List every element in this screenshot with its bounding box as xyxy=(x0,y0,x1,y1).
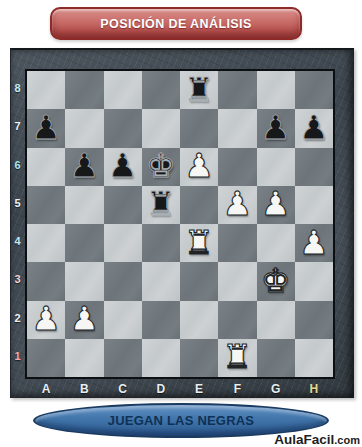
square-f7[interactable] xyxy=(218,109,256,147)
square-c8[interactable] xyxy=(104,71,142,109)
black-rook-e8: ♜ xyxy=(184,73,214,106)
square-a8[interactable] xyxy=(27,71,65,109)
rank-label-4: 4 xyxy=(10,222,25,260)
square-a2[interactable]: ♟ xyxy=(27,301,65,339)
file-label-B: B xyxy=(65,379,103,398)
square-a6[interactable] xyxy=(27,148,65,186)
white-pawn-h4: ♟ xyxy=(299,226,329,259)
square-c5[interactable] xyxy=(104,186,142,224)
square-e2[interactable] xyxy=(180,301,218,339)
black-rook-d5: ♜ xyxy=(146,187,176,220)
rank-label-2: 2 xyxy=(10,299,25,337)
square-b2[interactable]: ♟ xyxy=(65,301,103,339)
square-a3[interactable] xyxy=(27,262,65,300)
square-e4[interactable]: ♜ xyxy=(180,224,218,262)
square-b6[interactable]: ♟ xyxy=(65,148,103,186)
square-e3[interactable] xyxy=(180,262,218,300)
square-f2[interactable] xyxy=(218,301,256,339)
square-c4[interactable] xyxy=(104,224,142,262)
rank-labels: 87654321 xyxy=(10,69,25,379)
side-to-move-label: JUEGAN LAS NEGRAS xyxy=(108,413,254,428)
square-g6[interactable] xyxy=(257,148,295,186)
square-b1[interactable] xyxy=(65,339,103,377)
white-pawn-f5: ♟ xyxy=(223,187,253,220)
square-d1[interactable] xyxy=(142,339,180,377)
black-pawn-a7: ♟ xyxy=(31,111,61,144)
square-h8[interactable] xyxy=(295,71,333,109)
black-pawn-c6: ♟ xyxy=(108,149,138,182)
watermark: AulaFacil.com xyxy=(274,430,360,447)
square-c1[interactable] xyxy=(104,339,142,377)
square-f5[interactable]: ♟ xyxy=(218,186,256,224)
square-e8[interactable]: ♜ xyxy=(180,71,218,109)
square-a1[interactable] xyxy=(27,339,65,377)
square-b7[interactable] xyxy=(65,109,103,147)
white-king-g3: ♚ xyxy=(261,264,291,297)
square-d2[interactable] xyxy=(142,301,180,339)
rank-label-3: 3 xyxy=(10,260,25,298)
square-b5[interactable] xyxy=(65,186,103,224)
square-e1[interactable] xyxy=(180,339,218,377)
square-e7[interactable] xyxy=(180,109,218,147)
watermark-suffix: .com xyxy=(334,434,360,446)
square-d5[interactable]: ♜ xyxy=(142,186,180,224)
square-g3[interactable]: ♚ xyxy=(257,262,295,300)
rank-label-6: 6 xyxy=(10,146,25,184)
square-a5[interactable] xyxy=(27,186,65,224)
black-king-d6: ♚ xyxy=(146,149,176,182)
file-label-F: F xyxy=(218,379,256,398)
chess-board: ♜♟♟♟♟♟♚♟♜♟♟♜♟♚♟♟♜ xyxy=(25,69,335,379)
rank-label-7: 7 xyxy=(10,107,25,145)
file-label-C: C xyxy=(104,379,142,398)
square-g1[interactable] xyxy=(257,339,295,377)
file-label-E: E xyxy=(180,379,218,398)
square-h3[interactable] xyxy=(295,262,333,300)
square-h4[interactable]: ♟ xyxy=(295,224,333,262)
square-d7[interactable] xyxy=(142,109,180,147)
square-h7[interactable]: ♟ xyxy=(295,109,333,147)
white-rook-f1: ♜ xyxy=(223,340,253,373)
square-h2[interactable] xyxy=(295,301,333,339)
square-a7[interactable]: ♟ xyxy=(27,109,65,147)
file-label-A: A xyxy=(27,379,65,398)
file-labels: ABCDEFGH xyxy=(27,379,333,398)
analysis-banner-label: POSICIÓN DE ANÁLISIS xyxy=(100,17,251,31)
white-rook-e4: ♜ xyxy=(184,226,214,259)
white-pawn-g5: ♟ xyxy=(261,187,291,220)
square-c6[interactable]: ♟ xyxy=(104,148,142,186)
page: POSICIÓN DE ANÁLISIS ♜♟♟♟♟♟♚♟♜♟♟♜♟♚♟♟♜ 8… xyxy=(0,0,362,447)
square-d3[interactable] xyxy=(142,262,180,300)
analysis-banner[interactable]: POSICIÓN DE ANÁLISIS xyxy=(50,7,302,40)
square-e5[interactable] xyxy=(180,186,218,224)
square-h6[interactable] xyxy=(295,148,333,186)
square-g2[interactable] xyxy=(257,301,295,339)
file-label-H: H xyxy=(295,379,333,398)
square-f8[interactable] xyxy=(218,71,256,109)
square-d4[interactable] xyxy=(142,224,180,262)
square-g7[interactable]: ♟ xyxy=(257,109,295,147)
square-a4[interactable] xyxy=(27,224,65,262)
square-d8[interactable] xyxy=(142,71,180,109)
file-label-D: D xyxy=(142,379,180,398)
square-g5[interactable]: ♟ xyxy=(257,186,295,224)
square-h5[interactable] xyxy=(295,186,333,224)
square-b4[interactable] xyxy=(65,224,103,262)
white-pawn-b2: ♟ xyxy=(70,302,100,335)
square-f3[interactable] xyxy=(218,262,256,300)
watermark-brand: AulaFacil xyxy=(274,432,334,447)
square-g8[interactable] xyxy=(257,71,295,109)
file-label-G: G xyxy=(257,379,295,398)
square-c3[interactable] xyxy=(104,262,142,300)
square-d6[interactable]: ♚ xyxy=(142,148,180,186)
square-c2[interactable] xyxy=(104,301,142,339)
square-f6[interactable] xyxy=(218,148,256,186)
square-h1[interactable] xyxy=(295,339,333,377)
square-f1[interactable]: ♜ xyxy=(218,339,256,377)
square-b8[interactable] xyxy=(65,71,103,109)
square-g4[interactable] xyxy=(257,224,295,262)
rank-label-5: 5 xyxy=(10,184,25,222)
black-pawn-b6: ♟ xyxy=(70,149,100,182)
black-pawn-h7: ♟ xyxy=(299,111,329,144)
black-pawn-g7: ♟ xyxy=(261,111,291,144)
square-b3[interactable] xyxy=(65,262,103,300)
rank-label-1: 1 xyxy=(10,337,25,375)
white-pawn-e6: ♟ xyxy=(184,149,214,182)
square-f4[interactable] xyxy=(218,224,256,262)
square-c7[interactable] xyxy=(104,109,142,147)
rank-label-8: 8 xyxy=(10,69,25,107)
square-e6[interactable]: ♟ xyxy=(180,148,218,186)
white-pawn-a2: ♟ xyxy=(31,302,61,335)
